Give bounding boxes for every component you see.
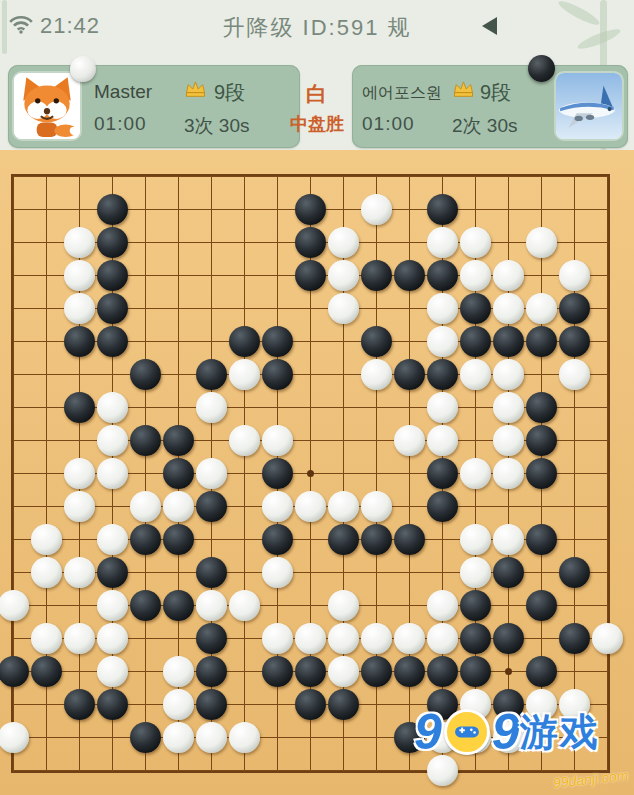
black-stone — [460, 293, 491, 324]
watermark: 9 9 游戏 99danji.com — [414, 703, 630, 789]
fox-avatar-icon — [14, 73, 80, 139]
result-winner-label: 白 — [286, 80, 348, 108]
black-stone — [493, 623, 524, 654]
black-stone — [229, 326, 260, 357]
white-stone — [328, 293, 359, 324]
black-stone — [163, 425, 194, 456]
black-stone — [526, 656, 557, 687]
black-stone — [394, 656, 425, 687]
black-stone — [559, 293, 590, 324]
airplane-avatar-icon — [556, 73, 622, 139]
white-stone — [163, 656, 194, 687]
white-stone — [361, 194, 392, 225]
black-stone — [97, 689, 128, 720]
black-stone — [97, 227, 128, 258]
white-stone — [295, 623, 326, 654]
white-stone — [97, 656, 128, 687]
white-stone — [31, 524, 62, 555]
white-stone — [163, 722, 194, 753]
white-stone — [97, 590, 128, 621]
white-stone — [328, 227, 359, 258]
white-stone — [328, 623, 359, 654]
white-stone — [97, 392, 128, 423]
white-stone — [262, 491, 293, 522]
black-stone — [163, 590, 194, 621]
white-stone — [361, 359, 392, 390]
black-stone — [97, 326, 128, 357]
black-stone — [361, 260, 392, 291]
gamepad-icon — [444, 709, 490, 755]
white-color-badge — [70, 56, 96, 82]
black-stone — [196, 359, 227, 390]
white-stone — [559, 260, 590, 291]
avatar-black-airplane[interactable] — [556, 73, 622, 139]
white-stone — [229, 722, 260, 753]
white-stone — [196, 458, 227, 489]
rank-crown-icon — [452, 81, 475, 99]
black-stone — [526, 326, 557, 357]
black-stone — [295, 689, 326, 720]
black-stone — [526, 524, 557, 555]
white-stone — [262, 557, 293, 588]
white-stone — [460, 359, 491, 390]
white-stone — [592, 623, 623, 654]
white-stone — [493, 260, 524, 291]
white-stone — [493, 392, 524, 423]
white-stone — [427, 227, 458, 258]
black-stone — [163, 458, 194, 489]
white-stone — [427, 293, 458, 324]
white-stone — [196, 722, 227, 753]
black-stone — [295, 227, 326, 258]
game-result: 白 中盘胜 — [286, 80, 348, 136]
black-stone — [130, 590, 161, 621]
watermark-url: 99danji.com — [552, 767, 629, 791]
black-stone — [262, 326, 293, 357]
black-stone — [196, 656, 227, 687]
white-stone — [295, 491, 326, 522]
white-stone — [328, 260, 359, 291]
black-stone — [64, 392, 95, 423]
player-byoyomi-black: 2次 30s — [452, 113, 517, 139]
black-stone — [97, 557, 128, 588]
player-panel-black: 에어포스원 9段 01:00 2次 30s — [352, 65, 628, 148]
white-stone — [97, 623, 128, 654]
black-stone — [526, 458, 557, 489]
white-stone — [394, 425, 425, 456]
black-stone — [97, 260, 128, 291]
white-stone — [64, 293, 95, 324]
white-stone — [328, 656, 359, 687]
black-stone — [394, 359, 425, 390]
white-stone — [0, 722, 29, 753]
black-stone — [130, 524, 161, 555]
rank-crown-icon — [184, 81, 207, 99]
player-clock-black: 01:00 — [362, 113, 415, 135]
black-stone — [328, 689, 359, 720]
watermark-nine: 9 — [414, 703, 442, 761]
white-stone — [427, 623, 458, 654]
black-stone — [196, 623, 227, 654]
black-stone — [196, 689, 227, 720]
black-stone — [328, 524, 359, 555]
black-stone — [295, 656, 326, 687]
watermark-nine: 9 — [492, 703, 520, 761]
watermark-text: 游戏 — [520, 707, 600, 758]
black-stone — [526, 392, 557, 423]
result-method-label: 中盘胜 — [286, 112, 348, 136]
goban[interactable] — [0, 150, 634, 795]
black-stone — [97, 293, 128, 324]
star-point — [505, 668, 512, 675]
white-stone — [31, 623, 62, 654]
black-stone — [262, 524, 293, 555]
white-stone — [64, 458, 95, 489]
black-stone — [460, 326, 491, 357]
black-stone — [526, 590, 557, 621]
white-stone — [229, 590, 260, 621]
black-stone — [427, 260, 458, 291]
white-stone — [97, 458, 128, 489]
white-stone — [196, 590, 227, 621]
white-stone — [427, 425, 458, 456]
white-stone — [196, 392, 227, 423]
white-stone — [361, 623, 392, 654]
white-stone — [229, 425, 260, 456]
white-stone — [97, 524, 128, 555]
status-bar: 21:42 升降级 ID:591 规 — [0, 0, 634, 56]
black-stone — [526, 425, 557, 456]
white-stone — [163, 689, 194, 720]
white-stone — [526, 293, 557, 324]
player-rank-white: 9段 — [214, 79, 245, 106]
white-stone — [361, 491, 392, 522]
white-stone — [493, 293, 524, 324]
black-color-badge — [528, 55, 555, 82]
black-stone — [559, 557, 590, 588]
player-name-black: 에어포스원 — [362, 83, 442, 104]
black-stone — [295, 260, 326, 291]
black-stone — [427, 458, 458, 489]
black-stone — [427, 656, 458, 687]
player-byoyomi-white: 3次 30s — [184, 113, 249, 139]
white-stone — [460, 227, 491, 258]
white-stone — [163, 491, 194, 522]
black-stone — [460, 656, 491, 687]
white-stone — [229, 359, 260, 390]
white-stone — [64, 623, 95, 654]
black-stone — [361, 326, 392, 357]
black-stone — [97, 194, 128, 225]
black-stone — [130, 359, 161, 390]
white-stone — [460, 260, 491, 291]
black-stone — [262, 656, 293, 687]
white-stone — [526, 227, 557, 258]
black-stone — [196, 491, 227, 522]
black-stone — [394, 524, 425, 555]
left-triangle-icon[interactable] — [482, 17, 497, 35]
black-stone — [196, 557, 227, 588]
white-stone — [559, 359, 590, 390]
black-stone — [130, 425, 161, 456]
black-stone — [262, 458, 293, 489]
black-stone — [559, 623, 590, 654]
black-stone — [361, 656, 392, 687]
black-stone — [295, 194, 326, 225]
white-stone — [460, 524, 491, 555]
white-stone — [394, 623, 425, 654]
white-stone — [493, 524, 524, 555]
white-stone — [328, 491, 359, 522]
player-name-white: Master — [94, 81, 152, 103]
white-stone — [460, 557, 491, 588]
player-rank-black: 9段 — [480, 79, 511, 106]
white-stone — [262, 425, 293, 456]
white-stone — [427, 326, 458, 357]
black-stone — [64, 689, 95, 720]
black-stone — [64, 326, 95, 357]
star-point — [307, 470, 314, 477]
white-stone — [64, 557, 95, 588]
black-stone — [0, 656, 29, 687]
white-stone — [97, 425, 128, 456]
black-stone — [559, 326, 590, 357]
black-stone — [427, 491, 458, 522]
player-clock-white: 01:00 — [94, 113, 147, 135]
white-stone — [262, 623, 293, 654]
white-stone — [493, 425, 524, 456]
white-stone — [493, 458, 524, 489]
black-stone — [31, 656, 62, 687]
black-stone — [163, 524, 194, 555]
black-stone — [460, 590, 491, 621]
white-stone — [130, 491, 161, 522]
white-stone — [493, 359, 524, 390]
white-stone — [0, 590, 29, 621]
black-stone — [427, 194, 458, 225]
white-stone — [460, 458, 491, 489]
player-panel-white: Master 9段 01:00 3次 30s — [8, 65, 300, 148]
white-stone — [328, 590, 359, 621]
watermark-logo: 9 9 游戏 — [414, 703, 600, 761]
black-stone — [394, 260, 425, 291]
black-stone — [460, 623, 491, 654]
white-stone — [31, 557, 62, 588]
black-stone — [262, 359, 293, 390]
black-stone — [130, 722, 161, 753]
white-stone — [64, 491, 95, 522]
page-title: 升降级 ID:591 规 — [0, 13, 634, 43]
avatar-white-fox[interactable] — [14, 73, 80, 139]
white-stone — [427, 392, 458, 423]
black-stone — [493, 557, 524, 588]
black-stone — [361, 524, 392, 555]
black-stone — [427, 359, 458, 390]
white-stone — [64, 227, 95, 258]
black-stone — [493, 326, 524, 357]
white-stone — [64, 260, 95, 291]
white-stone — [427, 590, 458, 621]
